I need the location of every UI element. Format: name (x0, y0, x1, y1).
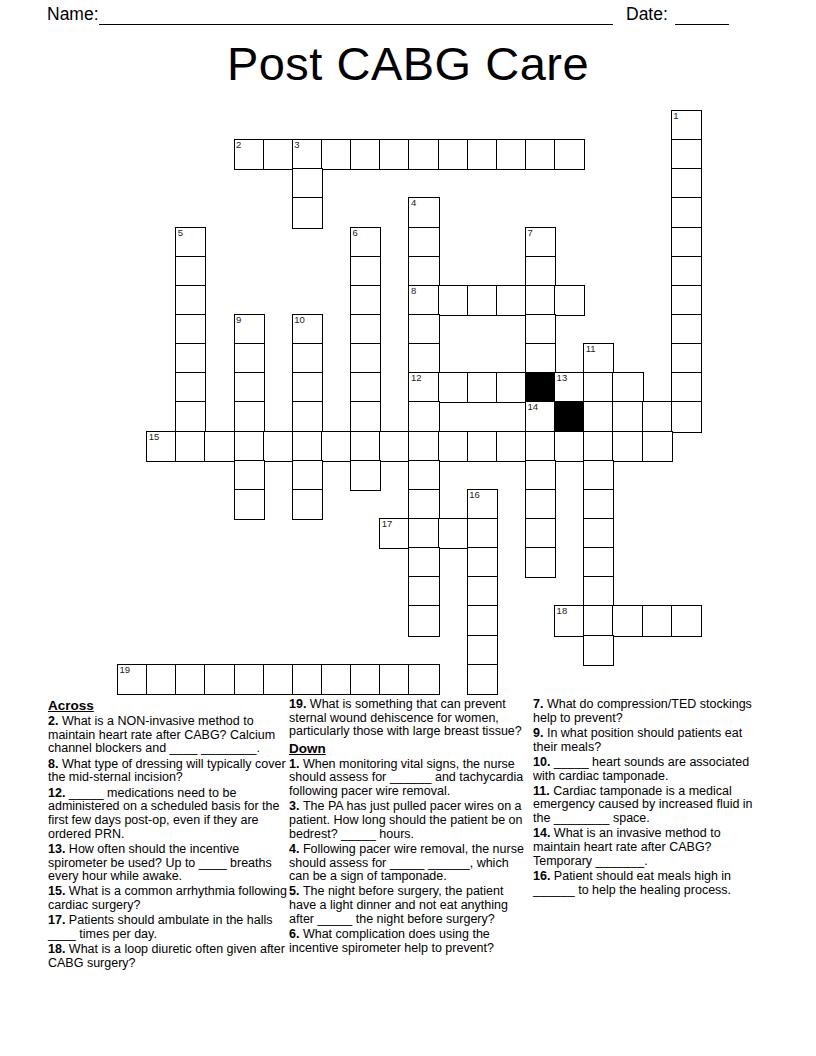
grid-cell[interactable] (612, 372, 643, 403)
grid-cell[interactable] (671, 168, 702, 199)
clue-number-label: 11. (533, 784, 553, 798)
clue-number-label: 5. (289, 884, 303, 898)
grid-cell[interactable] (525, 460, 556, 491)
grid-cell[interactable] (467, 605, 498, 636)
grid-cell[interactable] (175, 343, 206, 374)
grid-cell[interactable] (350, 285, 381, 316)
grid-cell[interactable] (642, 401, 673, 432)
grid-cell[interactable] (438, 285, 469, 316)
clue-10: 10. _____ heart sounds are associated wi… (533, 756, 761, 783)
grid-cell[interactable]: 5 (175, 227, 206, 258)
grid-cell[interactable] (525, 431, 556, 462)
grid-cell[interactable] (496, 139, 527, 170)
grid-cell[interactable] (234, 343, 265, 374)
grid-cell[interactable] (350, 314, 381, 345)
clue-number-label: 14. (533, 826, 554, 840)
cell-number: 4 (411, 197, 416, 208)
grid-cell[interactable] (583, 605, 614, 636)
grid-cell[interactable] (146, 664, 177, 695)
clue-18: 18. What is a loop diuretic often given … (48, 943, 288, 970)
grid-cell[interactable]: 14 (525, 401, 556, 432)
cell-number: 19 (120, 664, 131, 675)
grid-cell[interactable] (583, 460, 614, 491)
grid-cell[interactable] (612, 401, 643, 432)
grid-cell[interactable]: 18 (554, 605, 585, 636)
grid-cell[interactable] (496, 285, 527, 316)
clue-1: 1. When monitoring vital signs, the nurs… (289, 758, 531, 799)
clue-11: 11. Cardiac tamponade is a medical emerg… (533, 785, 761, 826)
grid-cell[interactable] (438, 518, 469, 549)
grid-cell[interactable]: 9 (234, 314, 265, 345)
clue-number-label: 19. (289, 697, 310, 711)
grid-cell[interactable] (292, 431, 323, 462)
grid-cell[interactable] (438, 431, 469, 462)
grid-cell[interactable] (671, 372, 702, 403)
clue-column-across: Across2. What is a NON-invasive method t… (48, 698, 288, 972)
clue-number-label: 13. (48, 842, 69, 856)
grid-cell[interactable] (583, 518, 614, 549)
grid-cell[interactable] (671, 605, 702, 636)
date-blank-line[interactable] (675, 0, 729, 25)
grid-cell[interactable] (671, 256, 702, 287)
cell-number: 10 (294, 314, 305, 325)
grid-cell[interactable] (234, 372, 265, 403)
clue-7: 7. What do compression/TED stockings hel… (533, 698, 761, 725)
grid-cell[interactable] (583, 547, 614, 578)
grid-cell[interactable] (350, 256, 381, 287)
grid-cell[interactable] (175, 314, 206, 345)
clue-number-label: 2. (48, 714, 62, 728)
grid-cell[interactable]: 4 (408, 197, 439, 228)
black-cell (525, 372, 556, 403)
grid-cell[interactable]: 11 (583, 343, 614, 374)
grid-cell[interactable]: 19 (117, 664, 148, 695)
grid-cell[interactable] (350, 431, 381, 462)
grid-cell[interactable] (350, 139, 381, 170)
grid-cell[interactable] (234, 401, 265, 432)
grid-cell[interactable]: 13 (554, 372, 585, 403)
grid-cell[interactable] (525, 547, 556, 578)
clue-number-label: 4. (289, 842, 303, 856)
grid-cell[interactable]: 10 (292, 314, 323, 345)
cell-number: 7 (527, 227, 532, 238)
clue-12: 12. _____ medications need to be adminis… (48, 787, 288, 842)
clue-2: 2. What is a NON-invasive method to main… (48, 715, 288, 756)
clue-number-label: 3. (289, 799, 303, 813)
clue-number-label: 7. (533, 697, 547, 711)
grid-cell[interactable] (175, 285, 206, 316)
clue-15: 15. What is a common arrhythmia followin… (48, 885, 288, 912)
grid-cell[interactable] (467, 518, 498, 549)
crossword-worksheet: { "game": "crossword", "header": { "name… (0, 0, 816, 1056)
grid-cell[interactable]: 3 (292, 139, 323, 170)
grid-cell[interactable] (175, 256, 206, 287)
grid-cell[interactable] (321, 664, 352, 695)
crossword-grid: 12345678910111213141516171819 (117, 110, 703, 696)
name-blank-line[interactable] (99, 0, 613, 25)
cell-number: 8 (411, 285, 416, 296)
grid-cell[interactable] (292, 343, 323, 374)
grid-cell[interactable] (379, 139, 410, 170)
grid-cell[interactable]: 16 (467, 489, 498, 520)
grid-cell[interactable] (292, 197, 323, 228)
grid-cell[interactable] (175, 431, 206, 462)
date-label: Date: (626, 4, 668, 25)
cell-number: 11 (586, 343, 596, 354)
grid-cell[interactable] (467, 576, 498, 607)
grid-cell[interactable] (525, 489, 556, 520)
grid-cell[interactable] (234, 489, 265, 520)
grid-cell[interactable] (438, 139, 469, 170)
cell-number: 16 (469, 489, 480, 500)
grid-cell[interactable] (408, 431, 439, 462)
grid-cell[interactable] (263, 139, 294, 170)
grid-cell[interactable] (467, 635, 498, 666)
grid-cell[interactable]: 2 (234, 139, 265, 170)
grid-cell[interactable] (671, 343, 702, 374)
grid-cell[interactable] (408, 518, 439, 549)
clue-3: 3. The PA has just pulled pacer wires on… (289, 800, 531, 841)
grid-cell[interactable] (234, 431, 265, 462)
cell-number: 12 (411, 372, 422, 383)
clue-5: 5. The night before surgery, the patient… (289, 885, 531, 926)
grid-cell[interactable]: 17 (379, 518, 410, 549)
clue-4: 4. Following pacer wire removal, the nur… (289, 843, 531, 884)
grid-cell[interactable] (408, 460, 439, 491)
cell-number: 3 (294, 139, 299, 150)
grid-cell[interactable]: 15 (146, 431, 177, 462)
grid-cell[interactable] (379, 664, 410, 695)
grid-cell[interactable] (321, 139, 352, 170)
grid-cell[interactable] (583, 576, 614, 607)
grid-cell[interactable] (671, 197, 702, 228)
clue-13: 13. How often should the incentive spiro… (48, 843, 288, 884)
grid-cell[interactable] (379, 431, 410, 462)
grid-cell[interactable] (263, 431, 294, 462)
grid-cell[interactable] (467, 664, 498, 695)
cell-number: 17 (382, 518, 393, 529)
grid-cell[interactable] (612, 431, 643, 462)
cell-number: 1 (673, 110, 678, 121)
grid-cell[interactable] (408, 139, 439, 170)
grid-cell[interactable] (467, 431, 498, 462)
grid-cell[interactable] (350, 401, 381, 432)
puzzle-title: Post CABG Care (0, 36, 816, 91)
grid-cell[interactable] (175, 664, 206, 695)
grid-cell[interactable] (554, 431, 585, 462)
grid-cell[interactable] (583, 489, 614, 520)
grid-cell[interactable] (408, 256, 439, 287)
grid-cell[interactable] (671, 139, 702, 170)
grid-cell[interactable] (525, 139, 556, 170)
grid-cell[interactable] (642, 605, 673, 636)
cell-number: 15 (149, 431, 160, 442)
grid-cell[interactable] (263, 664, 294, 695)
grid-cell[interactable] (408, 547, 439, 578)
cell-number: 14 (527, 401, 538, 412)
grid-cell[interactable] (408, 605, 439, 636)
grid-cell[interactable] (467, 139, 498, 170)
clue-number-label: 8. (48, 757, 62, 771)
cell-number: 2 (236, 139, 241, 150)
clue-14: 14. What is an invasive method to mainta… (533, 827, 761, 868)
cell-number: 9 (236, 314, 241, 325)
grid-cell[interactable] (467, 285, 498, 316)
grid-cell[interactable] (408, 401, 439, 432)
grid-cell[interactable] (292, 489, 323, 520)
grid-cell[interactable] (554, 285, 585, 316)
grid-cell[interactable] (234, 460, 265, 491)
clue-9: 9. In what position should patients eat … (533, 727, 761, 754)
clue-number-label: 9. (533, 726, 547, 740)
grid-cell[interactable] (554, 139, 585, 170)
clue-column-middle: 19. What is something that can prevent s… (289, 698, 531, 957)
grid-cell[interactable] (408, 576, 439, 607)
grid-cell[interactable] (350, 372, 381, 403)
grid-cell[interactable] (204, 431, 235, 462)
clue-19: 19. What is something that can prevent s… (289, 698, 531, 739)
grid-cell[interactable] (438, 372, 469, 403)
clue-number-label: 18. (48, 942, 69, 956)
clue-16: 16. Patient should eat meals high in ___… (533, 870, 761, 897)
grid-cell[interactable] (496, 431, 527, 462)
black-cell (554, 401, 585, 432)
clue-6: 6. What complication does using the ince… (289, 928, 531, 955)
clue-number-label: 12. (48, 786, 69, 800)
grid-cell[interactable]: 7 (525, 227, 556, 258)
grid-cell[interactable] (350, 664, 381, 695)
clue-number-label: 1. (289, 757, 303, 771)
grid-cell[interactable] (408, 314, 439, 345)
clue-number-label: 15. (48, 884, 69, 898)
grid-cell[interactable] (204, 664, 235, 695)
grid-cell[interactable] (671, 314, 702, 345)
grid-cell[interactable]: 12 (408, 372, 439, 403)
cell-number: 6 (353, 227, 358, 238)
grid-cell[interactable] (671, 401, 702, 432)
grid-cell[interactable] (612, 605, 643, 636)
clue-8: 8. What type of dressing will typically … (48, 758, 288, 785)
grid-cell[interactable] (350, 460, 381, 491)
clue-number-label: 6. (289, 927, 303, 941)
name-label: Name: (47, 4, 99, 25)
cell-number: 13 (557, 372, 568, 383)
grid-cell[interactable]: 1 (671, 110, 702, 141)
grid-cell[interactable] (321, 431, 352, 462)
grid-cell[interactable] (408, 343, 439, 374)
grid-cell[interactable] (671, 227, 702, 258)
clue-heading-across: Across (48, 698, 288, 713)
grid-cell[interactable] (525, 314, 556, 345)
grid-cell[interactable] (525, 285, 556, 316)
grid-cell[interactable] (408, 489, 439, 520)
grid-cell[interactable] (234, 664, 265, 695)
grid-cell[interactable] (292, 401, 323, 432)
grid-cell[interactable] (175, 372, 206, 403)
grid-cell[interactable] (583, 372, 614, 403)
grid-cell[interactable] (467, 547, 498, 578)
grid-cell[interactable] (408, 664, 439, 695)
grid-cell[interactable] (350, 343, 381, 374)
clue-17: 17. Patients should ambulate in the hall… (48, 914, 288, 941)
grid-cell[interactable] (292, 460, 323, 491)
grid-cell[interactable] (292, 372, 323, 403)
grid-cell[interactable] (671, 285, 702, 316)
clue-number-label: 16. (533, 869, 554, 883)
grid-cell[interactable] (467, 372, 498, 403)
grid-cell[interactable]: 6 (350, 227, 381, 258)
cell-number: 18 (557, 605, 568, 616)
grid-cell[interactable] (583, 401, 614, 432)
grid-cell[interactable] (525, 256, 556, 287)
grid-cell[interactable] (583, 635, 614, 666)
grid-cell[interactable] (292, 664, 323, 695)
grid-cell[interactable] (525, 518, 556, 549)
clue-heading-down: Down (289, 741, 531, 756)
grid-cell[interactable] (583, 431, 614, 462)
grid-cell[interactable] (642, 431, 673, 462)
clue-number-label: 17. (48, 913, 69, 927)
clue-column-down: 7. What do compression/TED stockings hel… (533, 698, 761, 899)
grid-cell[interactable] (525, 343, 556, 374)
clue-number-label: 10. (533, 755, 554, 769)
grid-cell[interactable] (292, 168, 323, 199)
grid-cell[interactable]: 8 (408, 285, 439, 316)
cell-number: 5 (178, 227, 183, 238)
grid-cell[interactable] (408, 227, 439, 258)
grid-cell[interactable] (496, 372, 527, 403)
grid-cell[interactable] (175, 401, 206, 432)
